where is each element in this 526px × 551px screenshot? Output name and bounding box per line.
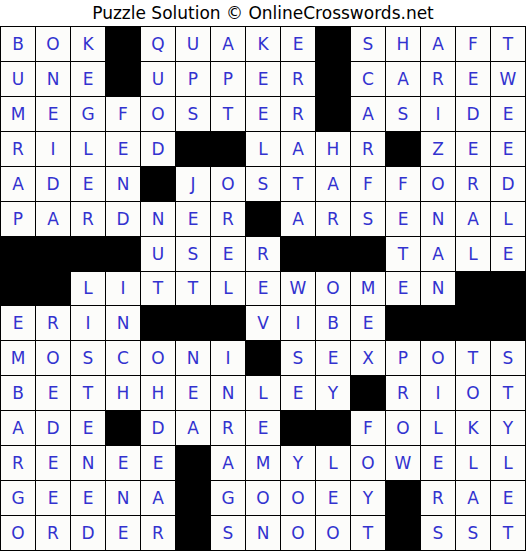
letter-cell-r10c2: O — [36, 341, 70, 375]
letter-cell-r10c15: S — [491, 341, 525, 375]
letter-cell-r9c4: N — [106, 306, 140, 340]
letter-cell-r7c14: L — [456, 237, 490, 271]
letter-cell-r6c3: R — [71, 202, 105, 236]
letter-cell-r7c5: U — [141, 237, 175, 271]
letter-cell-r13c7: A — [211, 446, 245, 480]
letter-cell-r10c14: T — [456, 341, 490, 375]
letter-cell-r7c6: S — [176, 237, 210, 271]
letter-cell-r3c14: D — [456, 97, 490, 131]
letter-cell-r15c15: T — [491, 516, 525, 550]
letter-cell-r4c5: D — [141, 132, 175, 166]
letter-cell-r2c2: N — [36, 62, 70, 96]
block-cell-r1c10 — [316, 27, 350, 61]
block-cell-r12c4 — [106, 411, 140, 445]
letter-cell-r15c3: D — [71, 516, 105, 550]
letter-cell-r14c15: E — [491, 481, 525, 515]
letter-cell-r11c12: R — [386, 376, 420, 410]
letter-cell-r12c2: D — [36, 411, 70, 445]
letter-cell-r14c2: E — [36, 481, 70, 515]
letter-cell-r8c3: L — [71, 272, 105, 306]
block-cell-r9c14 — [456, 306, 490, 340]
letter-cell-r10c7: I — [211, 341, 245, 375]
letter-cell-r5c1: A — [1, 167, 35, 201]
letter-cell-r11c2: E — [36, 376, 70, 410]
letter-cell-r5c12: F — [386, 167, 420, 201]
letter-cell-r1c9: E — [281, 27, 315, 61]
letter-cell-r13c12: W — [386, 446, 420, 480]
letter-cell-r12c13: L — [421, 411, 455, 445]
block-cell-r7c4 — [106, 237, 140, 271]
letter-cell-r6c1: P — [1, 202, 35, 236]
letter-cell-r4c2: I — [36, 132, 70, 166]
block-cell-r7c11 — [351, 237, 385, 271]
letter-cell-r8c13: N — [421, 272, 455, 306]
letter-cell-r3c6: S — [176, 97, 210, 131]
letter-cell-r6c12: E — [386, 202, 420, 236]
page-title: Puzzle Solution © OnlineCrosswords.net — [0, 0, 526, 26]
letter-cell-r9c10: B — [316, 306, 350, 340]
block-cell-r12c10 — [316, 411, 350, 445]
letter-cell-r5c8: S — [246, 167, 280, 201]
letter-cell-r6c13: N — [421, 202, 455, 236]
letter-cell-r6c6: E — [176, 202, 210, 236]
letter-cell-r3c2: E — [36, 97, 70, 131]
letter-cell-r2c8: E — [246, 62, 280, 96]
letter-cell-r14c3: E — [71, 481, 105, 515]
block-cell-r9c6 — [176, 306, 210, 340]
block-cell-r7c9 — [281, 237, 315, 271]
letter-cell-r2c14: E — [456, 62, 490, 96]
letter-cell-r13c1: R — [1, 446, 35, 480]
letter-cell-r2c1: U — [1, 62, 35, 96]
letter-cell-r13c4: E — [106, 446, 140, 480]
letter-cell-r3c1: M — [1, 97, 35, 131]
letter-cell-r5c15: D — [491, 167, 525, 201]
letter-cell-r10c4: C — [106, 341, 140, 375]
letter-cell-r9c1: E — [1, 306, 35, 340]
block-cell-r8c14 — [456, 272, 490, 306]
letter-cell-r8c9: W — [281, 272, 315, 306]
letter-cell-r10c9: S — [281, 341, 315, 375]
letter-cell-r2c12: A — [386, 62, 420, 96]
block-cell-r7c2 — [36, 237, 70, 271]
letter-cell-r6c4: D — [106, 202, 140, 236]
letter-cell-r11c6: E — [176, 376, 210, 410]
letter-cell-r4c3: L — [71, 132, 105, 166]
letter-cell-r11c9: E — [281, 376, 315, 410]
block-cell-r9c15 — [491, 306, 525, 340]
letter-cell-r5c13: O — [421, 167, 455, 201]
letter-cell-r14c4: N — [106, 481, 140, 515]
letter-cell-r3c9: R — [281, 97, 315, 131]
letter-cell-r1c11: S — [351, 27, 385, 61]
letter-cell-r6c14: A — [456, 202, 490, 236]
letter-cell-r7c7: E — [211, 237, 245, 271]
letter-cell-r3c11: A — [351, 97, 385, 131]
block-cell-r8c15 — [491, 272, 525, 306]
letter-cell-r14c10: E — [316, 481, 350, 515]
crossword-solution-page: Puzzle Solution © OnlineCrosswords.net B… — [0, 0, 526, 551]
block-cell-r7c10 — [316, 237, 350, 271]
block-cell-r2c10 — [316, 62, 350, 96]
letter-cell-r15c4: E — [106, 516, 140, 550]
block-cell-r9c13 — [421, 306, 455, 340]
letter-cell-r14c7: G — [211, 481, 245, 515]
letter-cell-r4c1: R — [1, 132, 35, 166]
letter-cell-r9c3: I — [71, 306, 105, 340]
letter-cell-r14c8: O — [246, 481, 280, 515]
letter-cell-r1c6: U — [176, 27, 210, 61]
letter-cell-r15c2: R — [36, 516, 70, 550]
letter-cell-r12c5: D — [141, 411, 175, 445]
letter-cell-r1c7: A — [211, 27, 245, 61]
letter-cell-r10c12: P — [386, 341, 420, 375]
letter-cell-r2c7: P — [211, 62, 245, 96]
letter-cell-r4c13: Z — [421, 132, 455, 166]
letter-cell-r1c5: Q — [141, 27, 175, 61]
block-cell-r4c12 — [386, 132, 420, 166]
letter-cell-r10c6: N — [176, 341, 210, 375]
letter-cell-r11c15: T — [491, 376, 525, 410]
letter-cell-r10c10: E — [316, 341, 350, 375]
letter-cell-r9c8: V — [246, 306, 280, 340]
letter-cell-r1c3: K — [71, 27, 105, 61]
letter-cell-r5c3: E — [71, 167, 105, 201]
letter-cell-r8c5: T — [141, 272, 175, 306]
letter-cell-r8c7: L — [211, 272, 245, 306]
block-cell-r4c7 — [211, 132, 245, 166]
letter-cell-r15c5: R — [141, 516, 175, 550]
block-cell-r9c12 — [386, 306, 420, 340]
letter-cell-r2c5: U — [141, 62, 175, 96]
letter-cell-r1c14: F — [456, 27, 490, 61]
block-cell-r7c3 — [71, 237, 105, 271]
letter-cell-r4c8: L — [246, 132, 280, 166]
letter-cell-r14c14: A — [456, 481, 490, 515]
letter-cell-r13c10: L — [316, 446, 350, 480]
letter-cell-r11c4: H — [106, 376, 140, 410]
letter-cell-r2c3: E — [71, 62, 105, 96]
block-cell-r9c7 — [211, 306, 245, 340]
letter-cell-r1c15: T — [491, 27, 525, 61]
letter-cell-r5c14: R — [456, 167, 490, 201]
letter-cell-r4c4: E — [106, 132, 140, 166]
letter-cell-r15c10: O — [316, 516, 350, 550]
letter-cell-r12c15: Y — [491, 411, 525, 445]
letter-cell-r14c1: G — [1, 481, 35, 515]
letter-cell-r11c1: B — [1, 376, 35, 410]
letter-cell-r1c8: K — [246, 27, 280, 61]
letter-cell-r14c9: O — [281, 481, 315, 515]
letter-cell-r5c7: O — [211, 167, 245, 201]
letter-cell-r14c13: R — [421, 481, 455, 515]
block-cell-r1c4 — [106, 27, 140, 61]
letter-cell-r4c10: H — [316, 132, 350, 166]
letter-cell-r12c6: A — [176, 411, 210, 445]
letter-cell-r13c3: N — [71, 446, 105, 480]
letter-cell-r15c14: S — [456, 516, 490, 550]
block-cell-r11c11 — [351, 376, 385, 410]
letter-cell-r6c11: S — [351, 202, 385, 236]
letter-cell-r2c9: R — [281, 62, 315, 96]
letter-cell-r8c10: O — [316, 272, 350, 306]
letter-cell-r12c14: K — [456, 411, 490, 445]
letter-cell-r1c13: A — [421, 27, 455, 61]
letter-cell-r5c9: T — [281, 167, 315, 201]
letter-cell-r8c4: I — [106, 272, 140, 306]
letter-cell-r4c14: E — [456, 132, 490, 166]
letter-cell-r6c10: R — [316, 202, 350, 236]
letter-cell-r10c3: S — [71, 341, 105, 375]
letter-cell-r12c11: F — [351, 411, 385, 445]
block-cell-r5c5 — [141, 167, 175, 201]
letter-cell-r4c9: A — [281, 132, 315, 166]
block-cell-r12c9 — [281, 411, 315, 445]
letter-cell-r10c5: O — [141, 341, 175, 375]
letter-cell-r15c11: T — [351, 516, 385, 550]
letter-cell-r3c5: O — [141, 97, 175, 131]
block-cell-r15c6 — [176, 516, 210, 550]
letter-cell-r13c13: E — [421, 446, 455, 480]
letter-cell-r3c15: E — [491, 97, 525, 131]
letter-cell-r15c8: N — [246, 516, 280, 550]
letter-cell-r2c15: W — [491, 62, 525, 96]
letter-cell-r11c10: Y — [316, 376, 350, 410]
letter-cell-r13c9: Y — [281, 446, 315, 480]
letter-cell-r3c3: G — [71, 97, 105, 131]
letter-cell-r13c15: L — [491, 446, 525, 480]
letter-cell-r5c10: A — [316, 167, 350, 201]
block-cell-r8c2 — [36, 272, 70, 306]
block-cell-r14c12 — [386, 481, 420, 515]
block-cell-r13c6 — [176, 446, 210, 480]
letter-cell-r3c8: E — [246, 97, 280, 131]
letter-cell-r15c13: S — [421, 516, 455, 550]
letter-cell-r9c11: E — [351, 306, 385, 340]
letter-cell-r13c8: M — [246, 446, 280, 480]
letter-cell-r6c7: R — [211, 202, 245, 236]
letter-cell-r11c7: N — [211, 376, 245, 410]
letter-cell-r11c14: O — [456, 376, 490, 410]
letter-cell-r15c9: O — [281, 516, 315, 550]
letter-cell-r9c2: R — [36, 306, 70, 340]
letter-cell-r15c7: S — [211, 516, 245, 550]
letter-cell-r3c7: T — [211, 97, 245, 131]
letter-cell-r11c3: T — [71, 376, 105, 410]
letter-cell-r15c1: O — [1, 516, 35, 550]
letter-cell-r13c2: E — [36, 446, 70, 480]
letter-cell-r1c2: O — [36, 27, 70, 61]
letter-cell-r9c9: I — [281, 306, 315, 340]
letter-cell-r12c8: E — [246, 411, 280, 445]
letter-cell-r12c7: R — [211, 411, 245, 445]
letter-cell-r5c6: J — [176, 167, 210, 201]
letter-cell-r8c11: M — [351, 272, 385, 306]
letter-cell-r10c13: O — [421, 341, 455, 375]
letter-cell-r5c11: F — [351, 167, 385, 201]
letter-cell-r14c5: A — [141, 481, 175, 515]
block-cell-r8c1 — [1, 272, 35, 306]
letter-cell-r3c4: F — [106, 97, 140, 131]
letter-cell-r13c5: E — [141, 446, 175, 480]
letter-cell-r2c11: C — [351, 62, 385, 96]
block-cell-r9c5 — [141, 306, 175, 340]
block-cell-r4c6 — [176, 132, 210, 166]
letter-cell-r12c3: E — [71, 411, 105, 445]
letter-cell-r6c15: L — [491, 202, 525, 236]
crossword-grid: BOKQUAKESHAFTUNEUPPERCAREWMEGFOSTERASIDE… — [0, 26, 526, 551]
letter-cell-r7c15: E — [491, 237, 525, 271]
letter-cell-r12c12: O — [386, 411, 420, 445]
block-cell-r14c6 — [176, 481, 210, 515]
block-cell-r3c10 — [316, 97, 350, 131]
letter-cell-r6c9: A — [281, 202, 315, 236]
letter-cell-r14c11: Y — [351, 481, 385, 515]
letter-cell-r10c11: X — [351, 341, 385, 375]
block-cell-r6c8 — [246, 202, 280, 236]
block-cell-r15c12 — [386, 516, 420, 550]
letter-cell-r6c2: A — [36, 202, 70, 236]
letter-cell-r8c12: E — [386, 272, 420, 306]
letter-cell-r10c1: M — [1, 341, 35, 375]
letter-cell-r13c14: L — [456, 446, 490, 480]
letter-cell-r3c13: I — [421, 97, 455, 131]
letter-cell-r8c6: T — [176, 272, 210, 306]
letter-cell-r8c8: E — [246, 272, 280, 306]
letter-cell-r7c8: R — [246, 237, 280, 271]
letter-cell-r11c8: L — [246, 376, 280, 410]
letter-cell-r5c4: N — [106, 167, 140, 201]
block-cell-r7c1 — [1, 237, 35, 271]
block-cell-r2c4 — [106, 62, 140, 96]
letter-cell-r4c11: R — [351, 132, 385, 166]
letter-cell-r2c13: R — [421, 62, 455, 96]
letter-cell-r1c1: B — [1, 27, 35, 61]
letter-cell-r11c5: H — [141, 376, 175, 410]
block-cell-r10c8 — [246, 341, 280, 375]
letter-cell-r5c2: D — [36, 167, 70, 201]
letter-cell-r12c1: A — [1, 411, 35, 445]
letter-cell-r3c12: S — [386, 97, 420, 131]
letter-cell-r2c6: P — [176, 62, 210, 96]
letter-cell-r13c11: O — [351, 446, 385, 480]
letter-cell-r6c5: N — [141, 202, 175, 236]
letter-cell-r7c12: T — [386, 237, 420, 271]
letter-cell-r1c12: H — [386, 27, 420, 61]
letter-cell-r7c13: A — [421, 237, 455, 271]
letter-cell-r4c15: E — [491, 132, 525, 166]
letter-cell-r11c13: I — [421, 376, 455, 410]
